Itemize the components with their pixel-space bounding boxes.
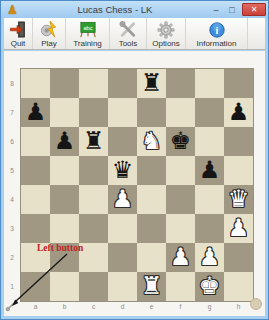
piece-white-knight[interactable]: ♞ <box>141 127 163 156</box>
tools-crossed-icon <box>118 20 138 39</box>
square-h4[interactable]: ♛ <box>224 185 253 214</box>
board-config-wrench-icon[interactable] <box>5 301 16 312</box>
board: ♜♟♟♟♜♞♚♛♟♟♛♟♟♟♜♚ <box>21 69 253 301</box>
square-f5[interactable] <box>166 156 195 185</box>
rank-label-6: 6 <box>5 127 19 156</box>
square-h8[interactable] <box>224 69 253 98</box>
toolbar: Quit Play abc Training <box>4 18 265 50</box>
square-c6[interactable]: ♜ <box>79 127 108 156</box>
square-c3[interactable] <box>79 214 108 243</box>
information-icon: i <box>207 20 227 39</box>
quit-label: Quit <box>11 39 26 48</box>
app-pawn-icon: ♟ <box>7 4 18 16</box>
piece-white-pawn[interactable]: ♟ <box>199 243 221 272</box>
square-e6[interactable]: ♞ <box>137 127 166 156</box>
file-label-c: c <box>79 302 108 312</box>
piece-white-pawn[interactable]: ♟ <box>112 185 134 214</box>
options-label: Options <box>152 39 180 48</box>
square-a5[interactable] <box>21 156 50 185</box>
square-d1[interactable] <box>108 272 137 301</box>
square-b7[interactable] <box>50 98 79 127</box>
square-d5[interactable]: ♛ <box>108 156 137 185</box>
quit-button[interactable]: Quit <box>4 18 33 49</box>
square-b5[interactable] <box>50 156 79 185</box>
square-b3[interactable] <box>50 214 79 243</box>
square-f4[interactable] <box>166 185 195 214</box>
square-b6[interactable]: ♟ <box>50 127 79 156</box>
training-label: Training <box>73 39 102 48</box>
piece-black-rook[interactable]: ♜ <box>141 69 163 98</box>
svg-text:abc: abc <box>83 25 92 31</box>
options-gear-icon <box>156 20 176 39</box>
play-label: Play <box>41 39 57 48</box>
training-chalkboard-icon: abc <box>78 20 98 39</box>
rank-label-3: 3 <box>5 214 19 243</box>
information-label: Information <box>196 39 236 48</box>
square-a7[interactable]: ♟ <box>21 98 50 127</box>
rank-label-4: 4 <box>5 185 19 214</box>
square-h1[interactable] <box>224 272 253 301</box>
board-round-button[interactable] <box>250 298 262 310</box>
square-a8[interactable] <box>21 69 50 98</box>
square-d2[interactable] <box>108 243 137 272</box>
square-g8[interactable] <box>195 69 224 98</box>
piece-white-king[interactable]: ♚ <box>199 272 221 301</box>
square-f6[interactable]: ♚ <box>166 127 195 156</box>
rank-label-5: 5 <box>5 156 19 185</box>
piece-white-queen[interactable]: ♛ <box>228 185 250 214</box>
square-h5[interactable] <box>224 156 253 185</box>
play-gear-lightning-icon <box>39 20 59 39</box>
square-f8[interactable] <box>166 69 195 98</box>
rank-label-2: 2 <box>5 243 19 272</box>
file-label-b: b <box>50 302 79 312</box>
square-g4[interactable] <box>195 185 224 214</box>
piece-white-pawn[interactable]: ♟ <box>170 243 192 272</box>
square-d4[interactable]: ♟ <box>108 185 137 214</box>
piece-white-rook[interactable]: ♜ <box>141 272 163 301</box>
piece-white-pawn[interactable]: ♟ <box>228 214 250 243</box>
square-c2[interactable] <box>79 243 108 272</box>
square-f7[interactable] <box>166 98 195 127</box>
information-button[interactable]: i Information <box>186 18 248 49</box>
square-e3[interactable] <box>137 214 166 243</box>
titlebar: ♟ Lucas Chess - LK – □ ✕ <box>1 1 268 18</box>
quit-door-icon <box>8 20 28 39</box>
square-a3[interactable] <box>21 214 50 243</box>
file-label-g: g <box>195 302 224 312</box>
square-e5[interactable] <box>137 156 166 185</box>
lucas-chess-window: ♟ Lucas Chess - LK – □ ✕ Quit Play <box>0 0 269 320</box>
rank-label-1: 1 <box>5 272 19 301</box>
square-g6[interactable] <box>195 127 224 156</box>
piece-black-pawn[interactable]: ♟ <box>54 127 76 156</box>
square-g5[interactable]: ♟ <box>195 156 224 185</box>
tools-button[interactable]: Tools <box>110 18 147 49</box>
square-g3[interactable] <box>195 214 224 243</box>
rank-label-8: 8 <box>5 69 19 98</box>
square-c8[interactable] <box>79 69 108 98</box>
piece-black-pawn[interactable]: ♟ <box>25 98 47 127</box>
square-a4[interactable] <box>21 185 50 214</box>
annotation-left-button: Left button <box>37 243 83 253</box>
square-c7[interactable] <box>79 98 108 127</box>
square-c1[interactable] <box>79 272 108 301</box>
file-label-d: d <box>108 302 137 312</box>
rank-label-7: 7 <box>5 98 19 127</box>
minimize-button[interactable]: – <box>208 5 224 15</box>
svg-text:i: i <box>215 25 218 36</box>
play-button[interactable]: Play <box>33 18 66 49</box>
training-button[interactable]: abc Training <box>66 18 110 49</box>
window-title: Lucas Chess - LK <box>22 4 208 15</box>
square-h7[interactable]: ♟ <box>224 98 253 127</box>
square-e8[interactable]: ♜ <box>137 69 166 98</box>
file-label-a: a <box>21 302 50 312</box>
square-d6[interactable] <box>108 127 137 156</box>
square-b8[interactable] <box>50 69 79 98</box>
square-c5[interactable] <box>79 156 108 185</box>
square-h2[interactable] <box>224 243 253 272</box>
piece-black-pawn[interactable]: ♟ <box>199 156 221 185</box>
file-label-e: e <box>137 302 166 312</box>
square-h6[interactable] <box>224 127 253 156</box>
close-button[interactable]: ✕ <box>242 3 266 16</box>
maximize-button[interactable]: □ <box>224 5 240 15</box>
file-label-h: h <box>224 302 253 312</box>
square-e1[interactable]: ♜ <box>137 272 166 301</box>
square-d7[interactable] <box>108 98 137 127</box>
square-h3[interactable]: ♟ <box>224 214 253 243</box>
options-button[interactable]: Options <box>147 18 186 49</box>
rank-labels: 87654321 <box>5 69 19 301</box>
square-f1[interactable] <box>166 272 195 301</box>
square-a6[interactable] <box>21 127 50 156</box>
square-c4[interactable] <box>79 185 108 214</box>
piece-black-rook[interactable]: ♜ <box>83 127 105 156</box>
square-e7[interactable] <box>137 98 166 127</box>
square-a1[interactable] <box>21 272 50 301</box>
piece-black-queen[interactable]: ♛ <box>112 156 134 185</box>
piece-black-pawn[interactable]: ♟ <box>228 98 250 127</box>
file-labels: abcdefgh <box>21 302 253 312</box>
file-label-f: f <box>166 302 195 312</box>
square-g1[interactable]: ♚ <box>195 272 224 301</box>
tools-label: Tools <box>119 39 138 48</box>
square-g7[interactable] <box>195 98 224 127</box>
square-e4[interactable] <box>137 185 166 214</box>
square-g2[interactable]: ♟ <box>195 243 224 272</box>
square-d3[interactable] <box>108 214 137 243</box>
square-f2[interactable]: ♟ <box>166 243 195 272</box>
square-e2[interactable] <box>137 243 166 272</box>
piece-black-king[interactable]: ♚ <box>170 127 192 156</box>
square-b1[interactable] <box>50 272 79 301</box>
square-d8[interactable] <box>108 69 137 98</box>
square-b4[interactable] <box>50 185 79 214</box>
square-f3[interactable] <box>166 214 195 243</box>
